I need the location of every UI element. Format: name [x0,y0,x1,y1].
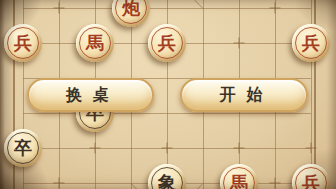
position-marker [306,143,317,154]
piece-red-cannon[interactable]: 炮 [112,0,150,27]
position-marker [54,178,65,189]
piece-red-soldier[interactable]: 兵 [292,24,330,62]
piece-red-soldier[interactable]: 兵 [4,24,42,62]
position-marker [90,143,101,154]
piece-red-soldier[interactable]: 兵 [292,164,330,189]
piece-black-soldier[interactable]: 卒 [4,129,42,167]
start-button[interactable]: 开始 [180,78,308,112]
piece-character: 兵 [158,34,176,52]
piece-character: 象 [158,174,176,189]
position-marker [234,143,245,154]
piece-black-elephant[interactable]: 象 [148,164,186,189]
position-marker [234,38,245,49]
position-marker [162,143,173,154]
piece-red-horse[interactable]: 馬 [220,164,258,189]
rank-line [23,113,311,114]
position-marker [54,3,65,14]
piece-character: 卒 [14,139,32,157]
piece-character: 兵 [14,34,32,52]
position-marker [270,3,281,14]
palace-diagonal [131,183,140,189]
piece-character: 兵 [302,34,320,52]
rank-line [23,8,311,9]
piece-character: 炮 [122,0,140,17]
position-marker [270,178,281,189]
piece-character: 馬 [86,34,104,52]
piece-red-soldier[interactable]: 兵 [148,24,186,62]
change-table-button[interactable]: 换桌 [27,78,154,112]
piece-red-horse[interactable]: 馬 [76,24,114,62]
piece-character: 馬 [230,174,248,189]
xiangqi-game-screen: 炮兵馬兵兵卒卒象馬兵 换桌 开始 [0,0,336,189]
piece-character: 兵 [302,174,320,189]
